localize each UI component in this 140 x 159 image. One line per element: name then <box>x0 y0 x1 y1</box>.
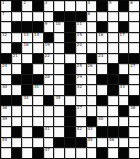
clue-number: 20 <box>77 43 82 47</box>
clue-number: 3 <box>45 1 48 5</box>
cell-r8c9[interactable] <box>87 75 97 85</box>
cell-r2c3[interactable] <box>22 12 32 22</box>
cell-r14c2[interactable] <box>12 138 22 148</box>
clue-number: 46 <box>109 138 114 142</box>
clue-number: 16 <box>98 33 103 37</box>
cell-r10c7[interactable] <box>65 96 75 106</box>
clue-number: 37 <box>77 106 82 110</box>
cell-r13c7-block <box>65 127 75 137</box>
cell-r2c2[interactable] <box>12 12 22 22</box>
cell-r11c13[interactable]: 38 <box>129 106 139 116</box>
clue-number: 19 <box>45 43 50 47</box>
cell-r13c1[interactable] <box>1 127 11 137</box>
clue-number: 14 <box>34 33 39 37</box>
clue-number: 12 <box>2 33 7 37</box>
cell-r2c10[interactable] <box>97 12 107 22</box>
clue-number: 24 <box>2 64 7 68</box>
cell-r6c11[interactable] <box>108 54 118 64</box>
clue-number: 45 <box>88 138 93 142</box>
cell-r1c10-block <box>97 1 107 11</box>
cell-r2c13[interactable] <box>129 12 139 22</box>
cell-r2c9[interactable]: 8 <box>87 12 97 22</box>
clue-number: 7 <box>2 12 5 16</box>
clue-number: 35 <box>55 96 60 100</box>
cell-r10c13-block <box>129 96 139 106</box>
cell-r5c4[interactable] <box>33 43 43 53</box>
cell-r3c10-block <box>97 22 107 32</box>
cell-r12c6[interactable] <box>54 117 64 127</box>
cell-r3c5[interactable]: 9 <box>44 22 54 32</box>
cell-r14c10[interactable] <box>97 138 107 148</box>
crossword-grid: 1234567891011121314151617181920212223242… <box>0 0 140 159</box>
cell-r11c9[interactable] <box>87 106 97 116</box>
clue-number: 15 <box>77 33 82 37</box>
clue-number: 38 <box>130 106 135 110</box>
cell-r12c13[interactable] <box>129 117 139 127</box>
cell-r7c3-block <box>22 64 32 74</box>
cell-r9c9[interactable] <box>87 85 97 95</box>
cell-r13c5[interactable]: 41 <box>44 127 54 137</box>
cell-r10c4[interactable] <box>33 96 43 106</box>
cell-r11c2[interactable] <box>12 106 22 116</box>
cell-r8c10-block <box>97 75 107 85</box>
cell-r11c4[interactable] <box>33 106 43 116</box>
clue-number: 17 <box>120 33 125 37</box>
cell-r10c9[interactable] <box>87 96 97 106</box>
cell-r13c10-block <box>97 127 107 137</box>
cell-r11c11[interactable] <box>108 106 118 116</box>
cell-r5c1[interactable] <box>1 43 11 53</box>
cell-r6c12-block <box>119 54 129 64</box>
cell-r6c9-block <box>87 54 97 64</box>
clue-number: 33 <box>120 85 125 89</box>
cell-r6c1-block <box>1 54 11 64</box>
cell-r8c12-block <box>119 75 129 85</box>
cell-r8c4-block <box>33 75 43 85</box>
cell-r4c10[interactable]: 16 <box>97 33 107 43</box>
cell-r9c6[interactable] <box>54 85 64 95</box>
cell-r12c11[interactable] <box>108 117 118 127</box>
cell-r13c8[interactable]: 42 <box>76 127 86 137</box>
cell-r15c5[interactable]: 47 <box>44 148 54 158</box>
clue-number: 28 <box>45 75 50 79</box>
cell-r15c6[interactable] <box>54 148 64 158</box>
cell-r3c6[interactable]: 10 <box>54 22 64 32</box>
clue-number: 27 <box>130 64 135 68</box>
cell-r5c9[interactable] <box>87 43 97 53</box>
cell-r7c5[interactable] <box>44 64 54 74</box>
cell-r1c4-block <box>33 1 43 11</box>
cell-r12c3[interactable] <box>22 117 32 127</box>
cell-r2c6-block <box>54 12 64 22</box>
cell-r14c13[interactable] <box>129 138 139 148</box>
cell-r4c11[interactable] <box>108 33 118 43</box>
clue-number: 13 <box>23 33 28 37</box>
cell-r3c8[interactable]: 11 <box>76 22 86 32</box>
cell-r3c12-block <box>119 22 129 32</box>
clue-number: 40 <box>98 117 103 121</box>
cell-r7c4[interactable] <box>33 64 43 74</box>
cell-r12c1[interactable]: 39 <box>1 117 11 127</box>
cell-r7c1[interactable]: 24 <box>1 64 11 74</box>
cell-r4c1[interactable]: 12 <box>1 33 11 43</box>
cell-r6c5[interactable]: 22 <box>44 54 54 64</box>
clue-number: 5 <box>109 1 112 5</box>
cell-r14c4[interactable] <box>33 138 43 148</box>
cell-r1c7[interactable] <box>65 1 75 11</box>
cell-r8c13[interactable] <box>129 75 139 85</box>
cell-r7c9[interactable]: 26 <box>87 64 97 74</box>
cell-r1c2-block <box>12 1 22 11</box>
cell-r12c12[interactable] <box>119 117 129 127</box>
clue-number: 44 <box>2 138 7 142</box>
cell-r15c10-block <box>97 148 107 158</box>
cell-r15c4-block <box>33 148 43 158</box>
cell-r1c5[interactable]: 3 <box>44 1 54 11</box>
cell-r15c11[interactable] <box>108 148 118 158</box>
cell-r5c2-block <box>12 43 22 53</box>
cell-r4c3[interactable]: 13 <box>22 33 32 43</box>
cell-r10c6[interactable]: 35 <box>54 96 64 106</box>
cell-r13c4-block <box>33 127 43 137</box>
cell-r10c10-block <box>97 96 107 106</box>
cell-r5c12[interactable] <box>119 43 129 53</box>
cell-r10c2-block <box>12 96 22 106</box>
cell-r1c13[interactable]: 6 <box>129 1 139 11</box>
cell-r12c5[interactable] <box>44 117 54 127</box>
clue-number: 36 <box>2 106 7 110</box>
cell-r9c1[interactable]: 30 <box>1 85 11 95</box>
cell-r3c2-block <box>12 22 22 32</box>
cell-r11c12-block <box>119 106 129 116</box>
cell-r9c13[interactable] <box>129 85 139 95</box>
cell-r11c8[interactable]: 37 <box>76 106 86 116</box>
cell-r11c5[interactable] <box>44 106 54 116</box>
cell-r13c3[interactable] <box>22 127 32 137</box>
cell-r14c12[interactable] <box>119 138 129 148</box>
cell-r9c11-block <box>108 85 118 95</box>
cell-r8c2-block <box>12 75 22 85</box>
cell-r12c10[interactable]: 40 <box>97 117 107 127</box>
cell-r3c9[interactable] <box>87 22 97 32</box>
cell-r7c10[interactable] <box>97 64 107 74</box>
cell-r13c13[interactable] <box>129 127 139 137</box>
cell-r2c5[interactable] <box>44 12 54 22</box>
clue-number: 11 <box>77 22 82 26</box>
cell-r7c7-block <box>65 64 75 74</box>
cell-r4c4[interactable]: 14 <box>33 33 43 43</box>
cell-r14c7-block <box>65 138 75 148</box>
cell-r3c7-block <box>65 22 75 32</box>
cell-r8c8[interactable]: 29 <box>76 75 86 85</box>
cell-r1c6[interactable] <box>54 1 64 11</box>
cell-r14c5[interactable] <box>44 138 54 148</box>
cell-r14c3[interactable] <box>22 138 32 148</box>
cell-r7c6[interactable] <box>54 64 64 74</box>
clue-number: 29 <box>77 75 82 79</box>
cell-r9c3-block <box>22 85 32 95</box>
clue-number: 41 <box>45 127 50 131</box>
cell-r5c3[interactable]: 18 <box>22 43 32 53</box>
cell-r2c1[interactable]: 7 <box>1 12 11 22</box>
cell-r5c6[interactable] <box>54 43 64 53</box>
cell-r10c3[interactable]: 34 <box>22 96 32 106</box>
cell-r10c1-block <box>1 96 11 106</box>
cell-r13c9[interactable]: 43 <box>87 127 97 137</box>
cell-r2c4[interactable] <box>33 12 43 22</box>
cell-r13c2-block <box>12 127 22 137</box>
clue-number: 23 <box>98 54 103 58</box>
cell-r10c5-block <box>44 96 54 106</box>
cell-r13c6[interactable] <box>54 127 64 137</box>
clue-number: 31 <box>34 85 39 89</box>
clue-number: 26 <box>88 64 93 68</box>
cell-r6c8[interactable] <box>76 54 86 64</box>
cell-r11c6[interactable] <box>54 106 64 116</box>
cell-r14c9[interactable]: 45 <box>87 138 97 148</box>
clue-number: 2 <box>23 1 26 5</box>
cell-r5c5[interactable]: 19 <box>44 43 54 53</box>
cell-r1c12-block <box>119 1 129 11</box>
clue-number: 8 <box>88 12 91 16</box>
cell-r9c2[interactable] <box>12 85 22 95</box>
cell-r4c5-block <box>44 33 54 43</box>
cell-r6c4-block <box>33 54 43 64</box>
clue-number: 30 <box>2 85 7 89</box>
cell-r10c11[interactable] <box>108 96 118 106</box>
cell-r15c9[interactable] <box>87 148 97 158</box>
clue-number: 10 <box>55 22 60 26</box>
cell-r15c1[interactable] <box>1 148 11 158</box>
cell-r7c2[interactable] <box>12 64 22 74</box>
cell-r10c8[interactable] <box>76 96 86 106</box>
cell-r5c8[interactable]: 20 <box>76 43 86 53</box>
cell-r15c2-block <box>12 148 22 158</box>
cell-r8c5[interactable]: 28 <box>44 75 54 85</box>
cell-r13c12-block <box>119 127 129 137</box>
cell-r6c7[interactable] <box>65 54 75 64</box>
cell-r2c12[interactable] <box>119 12 129 22</box>
cell-r6c6[interactable] <box>54 54 64 64</box>
cell-r11c1[interactable]: 36 <box>1 106 11 116</box>
clue-number: 42 <box>77 127 82 131</box>
cell-r4c12[interactable]: 17 <box>119 33 129 43</box>
clue-number: 25 <box>77 64 82 68</box>
cell-r2c11[interactable] <box>108 12 118 22</box>
cell-r14c11[interactable]: 46 <box>108 138 118 148</box>
clue-number: 43 <box>88 127 93 131</box>
cell-r2c7-block <box>65 12 75 22</box>
cell-r14c1[interactable]: 44 <box>1 138 11 148</box>
cell-r5c11[interactable] <box>108 43 118 53</box>
clue-number: 6 <box>130 1 133 5</box>
cell-r13c11-block <box>108 127 118 137</box>
cell-r7c11-block <box>108 64 118 74</box>
cell-r4c2[interactable] <box>12 33 22 43</box>
cell-r7c13[interactable]: 27 <box>129 64 139 74</box>
cell-r9c5[interactable] <box>44 85 54 95</box>
cell-r12c7-block <box>65 117 75 127</box>
cell-r4c7-block <box>65 33 75 43</box>
cell-r15c13[interactable] <box>129 148 139 158</box>
cell-r3c4-block <box>33 22 43 32</box>
clue-number: 18 <box>23 43 28 47</box>
cell-r10c12[interactable] <box>119 96 129 106</box>
cell-r7c12[interactable] <box>119 64 129 74</box>
cell-r5c10[interactable] <box>97 43 107 53</box>
cell-r4c8[interactable]: 15 <box>76 33 86 43</box>
cell-r3c1[interactable] <box>1 22 11 32</box>
cell-r6c3[interactable] <box>22 54 32 64</box>
cell-r4c9[interactable] <box>87 33 97 43</box>
cell-r1c11[interactable]: 5 <box>108 1 118 11</box>
cell-r3c13[interactable] <box>129 22 139 32</box>
clue-number: 4 <box>88 1 91 5</box>
cell-r8c3-block <box>22 75 32 85</box>
cell-r12c2[interactable] <box>12 117 22 127</box>
clue-number: 39 <box>2 117 7 121</box>
cell-r8c11-block <box>108 75 118 85</box>
clue-number: 21 <box>13 54 18 58</box>
cell-r1c1[interactable]: 1 <box>1 1 11 11</box>
cell-r12c8[interactable] <box>76 117 86 127</box>
clue-number: 32 <box>77 85 82 89</box>
cell-r1c3[interactable]: 2 <box>22 1 32 11</box>
cell-r14c8-block <box>76 138 86 148</box>
cell-r3c11[interactable] <box>108 22 118 32</box>
cell-r15c12-block <box>119 148 129 158</box>
cell-r8c7-block <box>65 75 75 85</box>
cell-r8c6[interactable] <box>54 75 64 85</box>
clue-number: 34 <box>23 96 28 100</box>
clue-number: 9 <box>45 22 48 26</box>
cell-r9c12[interactable]: 33 <box>119 85 129 95</box>
cell-r12c9-block <box>87 117 97 127</box>
cell-r14c6-block <box>54 138 64 148</box>
cell-r6c2[interactable]: 21 <box>12 54 22 64</box>
cell-r4c6[interactable] <box>54 33 64 43</box>
cell-r15c3[interactable] <box>22 148 32 158</box>
cell-r5c7-block <box>65 43 75 53</box>
cell-r12c4[interactable] <box>33 117 43 127</box>
cell-r4c13[interactable] <box>129 33 139 43</box>
cell-r15c7[interactable] <box>65 148 75 158</box>
cell-r1c9[interactable]: 4 <box>87 1 97 11</box>
cell-r3c3-block <box>22 22 32 32</box>
cell-r8c1[interactable] <box>1 75 11 85</box>
clue-number: 47 <box>45 148 50 152</box>
cell-r9c8[interactable]: 32 <box>76 85 86 95</box>
crossword-app: 1234567891011121314151617181920212223242… <box>0 0 140 159</box>
cell-r9c10[interactable] <box>97 85 107 95</box>
cell-r7c8[interactable]: 25 <box>76 64 86 74</box>
cell-r11c3[interactable] <box>22 106 32 116</box>
cell-r6c10[interactable]: 23 <box>97 54 107 64</box>
clue-number: 22 <box>45 54 50 58</box>
cell-r5c13[interactable] <box>129 43 139 53</box>
cell-r11c10[interactable] <box>97 106 107 116</box>
cell-r9c4[interactable]: 31 <box>33 85 43 95</box>
cell-r9c7-block <box>65 85 75 95</box>
cell-r6c13-block <box>129 54 139 64</box>
cell-r15c8[interactable] <box>76 148 86 158</box>
cell-r2c8-block <box>76 12 86 22</box>
cell-r1c8[interactable] <box>76 1 86 11</box>
cell-r11c7-block <box>65 106 75 116</box>
clue-number: 1 <box>2 1 5 5</box>
